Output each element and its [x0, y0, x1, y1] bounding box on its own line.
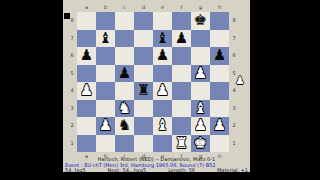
square-c4[interactable] [115, 82, 134, 100]
black-pawn: ♟ [115, 65, 134, 83]
white-knight: ♞ [115, 100, 134, 118]
rank-label-right-6: 6 [230, 47, 238, 65]
square-g7[interactable] [191, 30, 210, 48]
white-bishop: ♝ [191, 100, 210, 118]
black-bishop: ♝ [96, 30, 115, 48]
square-d3[interactable] [134, 100, 153, 118]
square-e8[interactable] [153, 12, 172, 30]
square-a2[interactable] [77, 117, 96, 135]
square-f2[interactable] [172, 117, 191, 135]
square-h5[interactable] [210, 65, 229, 83]
square-a8[interactable] [77, 12, 96, 30]
square-f3[interactable] [172, 100, 191, 118]
rank-label-left-6: 6 [68, 47, 76, 65]
square-g6[interactable] [191, 47, 210, 65]
game-length: Length: 56 [168, 168, 195, 174]
white-pawn: ♟ [210, 117, 229, 135]
file-label-top-a: a [77, 4, 96, 10]
white-rook: ♜ [172, 135, 191, 153]
square-d6[interactable] [134, 47, 153, 65]
file-label-top-h: h [210, 4, 229, 10]
square-f6[interactable] [172, 47, 191, 65]
square-h4[interactable] [210, 82, 229, 100]
square-e4[interactable]: ♟ [153, 82, 172, 100]
square-e2[interactable]: ♝ [153, 117, 172, 135]
file-label-top-b: b [96, 4, 115, 10]
white-bishop: ♝ [153, 117, 172, 135]
square-d5[interactable] [134, 65, 153, 83]
rank-label-right-1: 1 [230, 135, 238, 153]
square-e6[interactable]: ♟ [153, 47, 172, 65]
white-pawn: ♟ [77, 82, 96, 100]
square-g2[interactable]: ♟ [191, 117, 210, 135]
rank-label-left-2: 2 [68, 117, 76, 135]
file-label-top-g: g [191, 4, 210, 10]
black-pawn: ♟ [172, 30, 191, 48]
video-frame: ♚♝♝♟♟♟♟♟♟♟♜♟♞♝♟♞♝♟♟♜♚ aabbccddeeffgghh88… [0, 0, 320, 180]
square-a5[interactable] [77, 65, 96, 83]
square-d4[interactable]: ♜ [134, 82, 153, 100]
rank-label-left-7: 7 [68, 30, 76, 48]
square-e1[interactable] [153, 135, 172, 153]
square-h2[interactable]: ♟ [210, 117, 229, 135]
rank-label-left-8: 8 [68, 12, 76, 30]
white-king: ♚ [191, 135, 210, 153]
black-rook: ♜ [134, 82, 153, 100]
chess-board[interactable]: ♚♝♝♟♟♟♟♟♟♟♜♟♞♝♟♞♝♟♟♜♚ [77, 12, 229, 152]
square-h1[interactable] [210, 135, 229, 153]
square-f1[interactable]: ♜ [172, 135, 191, 153]
rank-label-left-3: 3 [68, 100, 76, 118]
square-b3[interactable] [96, 100, 115, 118]
white-pawn: ♟ [96, 117, 115, 135]
square-h6[interactable]: ♟ [210, 47, 229, 65]
square-a1[interactable] [77, 135, 96, 153]
square-f8[interactable] [172, 12, 191, 30]
square-a7[interactable] [77, 30, 96, 48]
square-g3[interactable]: ♝ [191, 100, 210, 118]
rank-label-right-2: 2 [230, 117, 238, 135]
square-d2[interactable] [134, 117, 153, 135]
next-move: Next: 54...hxg5 [108, 168, 147, 174]
square-e5[interactable] [153, 65, 172, 83]
material-balance: Material: +1 [217, 168, 248, 174]
file-label-top-f: f [172, 4, 191, 10]
rank-label-right-3: 3 [230, 100, 238, 118]
black-pawn: ♟ [77, 47, 96, 65]
square-h3[interactable] [210, 100, 229, 118]
square-c3[interactable]: ♞ [115, 100, 134, 118]
square-b6[interactable] [96, 47, 115, 65]
square-c1[interactable] [115, 135, 134, 153]
square-g8[interactable]: ♚ [191, 12, 210, 30]
square-a3[interactable] [77, 100, 96, 118]
move-status-line: 54. fxg5 Next: 54...hxg5 Length: 56 Mate… [65, 168, 248, 174]
square-g1[interactable]: ♚ [191, 135, 210, 153]
black-pawn: ♟ [153, 47, 172, 65]
rank-label-left-5: 5 [68, 65, 76, 83]
file-label-top-c: c [115, 4, 134, 10]
square-b4[interactable] [96, 82, 115, 100]
rank-label-left-1: 1 [68, 135, 76, 153]
square-d8[interactable] [134, 12, 153, 30]
square-b1[interactable] [96, 135, 115, 153]
square-e3[interactable] [153, 100, 172, 118]
square-d7[interactable] [134, 30, 153, 48]
square-a6[interactable]: ♟ [77, 47, 96, 65]
square-e7[interactable]: ♝ [153, 30, 172, 48]
square-h8[interactable] [210, 12, 229, 30]
rank-label-left-4: 4 [68, 82, 76, 100]
square-c5[interactable]: ♟ [115, 65, 134, 83]
square-f7[interactable]: ♟ [172, 30, 191, 48]
square-c8[interactable] [115, 12, 134, 30]
black-knight: ♞ [115, 117, 134, 135]
white-pawn: ♟ [191, 65, 210, 83]
black-king: ♚ [191, 12, 210, 30]
square-h7[interactable] [210, 30, 229, 48]
square-f5[interactable] [172, 65, 191, 83]
material-pawn-icon: ♟ [235, 75, 245, 87]
white-pawn: ♟ [191, 117, 210, 135]
square-d1[interactable] [134, 135, 153, 153]
square-c2[interactable]: ♞ [115, 117, 134, 135]
rank-label-right-7: 7 [230, 30, 238, 48]
file-label-top-e: e [153, 4, 172, 10]
black-pawn: ♟ [210, 47, 229, 65]
square-b2[interactable]: ♟ [96, 117, 115, 135]
white-pawn: ♟ [153, 82, 172, 100]
square-a4[interactable]: ♟ [77, 82, 96, 100]
square-b7[interactable]: ♝ [96, 30, 115, 48]
square-b5[interactable] [96, 65, 115, 83]
file-label-top-d: d [134, 4, 153, 10]
square-c6[interactable] [115, 47, 134, 65]
square-c7[interactable] [115, 30, 134, 48]
rank-label-right-8: 8 [230, 12, 238, 30]
square-g5[interactable]: ♟ [191, 65, 210, 83]
square-g4[interactable] [191, 82, 210, 100]
square-f4[interactable] [172, 82, 191, 100]
square-b8[interactable] [96, 12, 115, 30]
black-bishop: ♝ [153, 30, 172, 48]
current-move: 54. fxg5 [65, 168, 86, 174]
